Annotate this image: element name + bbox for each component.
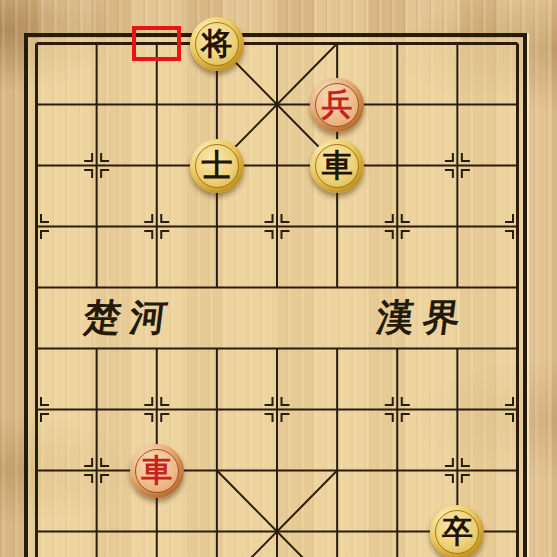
piece-black-chariot[interactable]: 車 [310, 139, 364, 193]
piece-red-chariot[interactable]: 車 [130, 444, 184, 498]
river-label-chu-he: 楚河 [82, 299, 179, 336]
last-move-marker [132, 26, 181, 61]
board-grid [0, 0, 557, 557]
river-label-han-jie: 漢界 [375, 299, 472, 336]
piece-black-general[interactable]: 将 [190, 17, 244, 71]
piece-black-soldier[interactable]: 卒 [430, 505, 484, 557]
piece-black-advisor[interactable]: 士 [190, 139, 244, 193]
piece-label: 将 [195, 22, 239, 66]
piece-label: 車 [315, 144, 359, 188]
piece-label: 兵 [315, 83, 359, 127]
piece-label: 卒 [435, 510, 479, 554]
piece-label: 車 [135, 449, 179, 493]
piece-label: 士 [195, 144, 239, 188]
piece-red-soldier[interactable]: 兵 [310, 78, 364, 132]
